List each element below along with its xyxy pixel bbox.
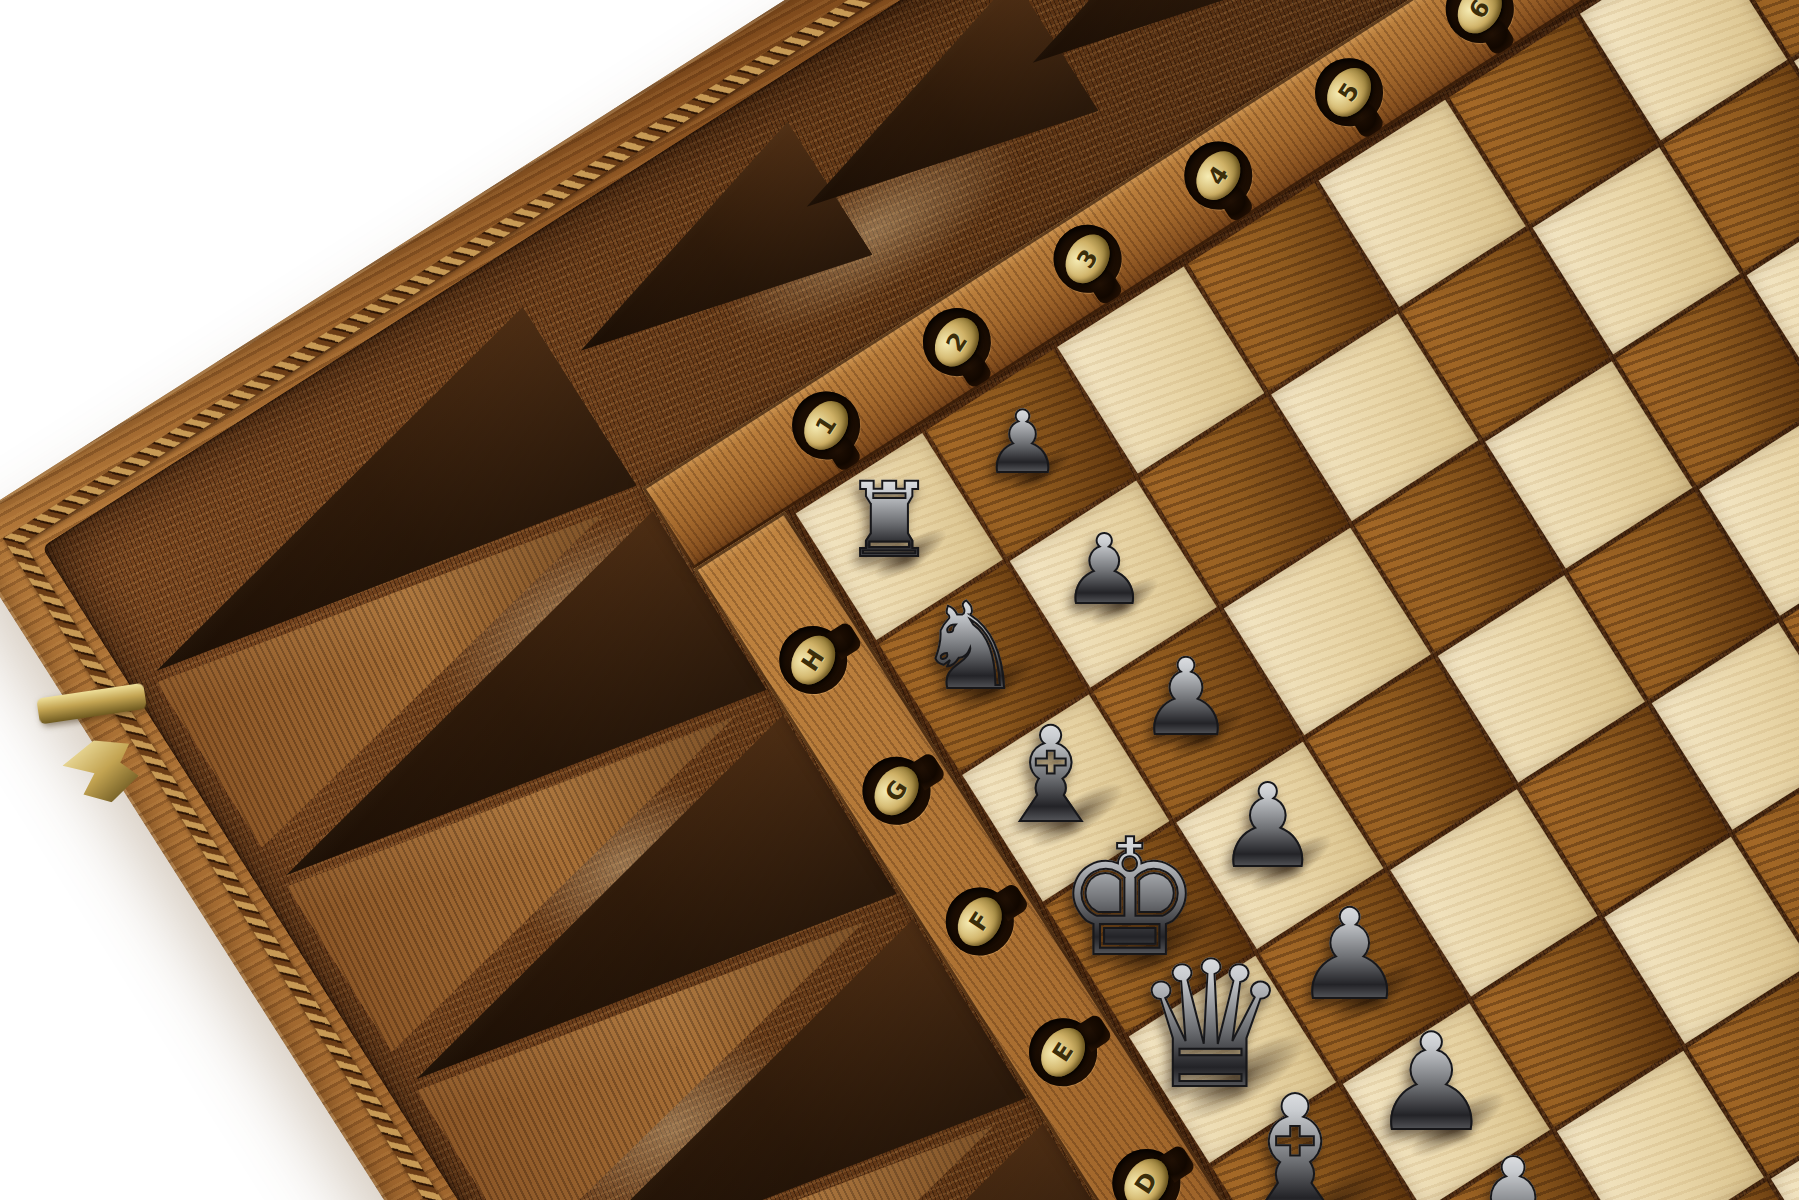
brass-letter-medallion: H: [782, 627, 844, 692]
brass-letter-medallion: 1: [795, 393, 857, 458]
rank-pin-4: 4: [1171, 129, 1265, 223]
carved-interior-field: 12345678 HGFEDCBA ♜♟♞♟♝♟♚♟♛♟♝♟♞♟♜♟: [42, 0, 1799, 1200]
backgammon-point-dark: [227, 511, 767, 961]
brass-letter-medallion: F: [949, 889, 1011, 954]
piece-white-rook[interactable]: ♜: [843, 469, 935, 572]
piece-white-pawn[interactable]: ♟: [1138, 645, 1233, 751]
backgammon-point-light: [156, 431, 656, 848]
piece-white-knight[interactable]: ♞: [1296, 1195, 1457, 1200]
piece-white-knight[interactable]: ♞: [916, 587, 1024, 707]
game-box: 12345678 HGFEDCBA ♜♟♞♟♝♟♚♟♛♟♝♟♞♟♜♟: [0, 0, 1799, 1200]
brass-letter-medallion: 4: [1187, 143, 1249, 208]
sheen-highlight: [498, 755, 748, 974]
piece-white-pawn[interactable]: ♟: [1216, 769, 1319, 884]
piece-white-pawn[interactable]: ♟: [1293, 892, 1405, 1017]
piece-white-pawn[interactable]: ♟: [1448, 1139, 1577, 1200]
brass-letter-medallion: 6: [1449, 0, 1511, 42]
brass-letter-medallion: D: [1115, 1150, 1177, 1200]
clasp-bar[interactable]: [36, 683, 147, 725]
piece-white-pawn[interactable]: ♟: [1061, 522, 1147, 618]
backgammon-point-light: [546, 1043, 1046, 1200]
piece-white-pawn[interactable]: ♟: [984, 399, 1061, 485]
brass-letter-medallion: G: [865, 758, 927, 823]
clasp-hook-icon[interactable]: [58, 728, 147, 814]
file-pin-D: D: [1099, 1136, 1193, 1200]
file-pin-H: H: [766, 613, 860, 707]
rank-pin-5: 5: [1302, 45, 1396, 139]
rank-pin-6: 6: [1433, 0, 1527, 56]
backgammon-point-dark: [97, 307, 637, 757]
brass-letter-medallion: E: [1032, 1020, 1094, 1085]
rank-pin-3: 3: [1041, 212, 1135, 306]
backgammon-point-light: [416, 839, 916, 1200]
brass-letter-medallion: 2: [926, 309, 988, 374]
file-pin-F: F: [933, 875, 1027, 969]
backgammon-point-dark: [357, 715, 897, 1165]
rank-pin-2: 2: [910, 295, 1004, 389]
sheen-highlight: [526, 1000, 821, 1200]
backgammon-point-dark: [536, 121, 872, 414]
backgammon-point-light: [286, 635, 786, 1052]
file-pin-E: E: [1016, 1005, 1110, 1099]
rank-pin-1: 1: [779, 378, 873, 472]
brass-letter-medallion: 5: [1318, 60, 1380, 125]
brass-letter-medallion: 3: [1057, 226, 1119, 291]
photo-stage: 12345678 HGFEDCBA ♜♟♞♟♝♟♚♟♛♟♝♟♞♟♜♟: [0, 0, 1799, 1200]
file-pin-G: G: [850, 744, 944, 838]
